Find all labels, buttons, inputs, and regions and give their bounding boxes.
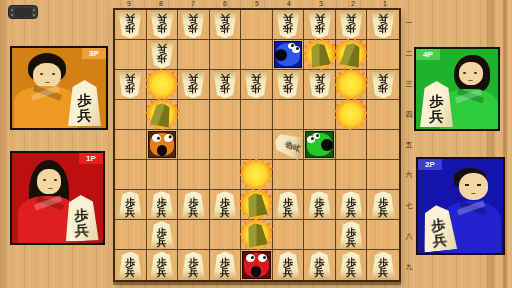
- col-label-3: 3: [305, 0, 337, 8]
- player-panel-1p: 1P 歩 兵: [10, 151, 105, 245]
- cell-2-一[interactable]: 歩兵: [336, 10, 368, 40]
- cell-7-九[interactable]: 歩兵: [178, 250, 210, 280]
- cell-5-二[interactable]: [241, 40, 273, 70]
- cell-7-一[interactable]: 歩兵: [178, 10, 210, 40]
- col-label-7: 7: [177, 0, 209, 8]
- pawn-piece-up: 歩兵: [371, 191, 396, 218]
- pawn-piece-up: 歩兵: [118, 191, 143, 218]
- cell-3-八[interactable]: [304, 220, 336, 250]
- cell-3-一[interactable]: 歩兵: [304, 10, 336, 40]
- cell-8-七[interactable]: 歩兵: [147, 190, 179, 220]
- cell-2-八[interactable]: 歩兵: [336, 220, 368, 250]
- cell-8-四[interactable]: [147, 100, 179, 130]
- col-label-5: 5: [241, 0, 273, 8]
- fallen-pawn: 歩兵: [272, 128, 304, 161]
- cell-6-五[interactable]: [210, 130, 242, 160]
- cell-9-九[interactable]: 歩兵: [115, 250, 147, 280]
- cell-3-二[interactable]: [304, 40, 336, 70]
- cell-2-二[interactable]: [336, 40, 368, 70]
- portrait-mouth: [471, 192, 476, 194]
- cell-3-四[interactable]: [304, 100, 336, 130]
- player-panel-4p: 4P 歩 兵: [414, 47, 500, 131]
- pawn-piece-up: 歩兵: [307, 191, 332, 218]
- pawn-piece-down: 歩兵: [371, 11, 396, 38]
- cell-9-一[interactable]: 歩兵: [115, 10, 147, 40]
- cell-8-六[interactable]: [147, 160, 179, 190]
- wood-grain-streak: [0, 0, 7, 288]
- pawn-piece-down: 歩兵: [212, 11, 237, 38]
- player-badge-1p: 1P: [79, 153, 103, 164]
- cell-9-五[interactable]: [115, 130, 147, 160]
- row-label-6: 六: [403, 160, 415, 190]
- switch-screen: [15, 8, 32, 17]
- board-grid: 歩兵歩兵歩兵歩兵歩兵歩兵歩兵歩兵歩兵歩兵歩兵歩兵歩兵歩兵歩兵歩兵歩兵歩兵歩兵歩兵…: [113, 8, 401, 282]
- pawn-piece-down: 歩兵: [149, 41, 174, 68]
- col-label-6: 6: [209, 0, 241, 8]
- pawn-piece-down: 歩兵: [118, 11, 143, 38]
- row-label-5: 五: [403, 130, 415, 160]
- player-creature-red[interactable]: [241, 250, 272, 280]
- creature-mouth: [157, 145, 167, 156]
- cell-4-七[interactable]: 歩兵: [273, 190, 305, 220]
- pawn-piece-up: 歩兵: [181, 252, 206, 279]
- cell-6-一[interactable]: 歩兵: [210, 10, 242, 40]
- portrait-eye: [54, 179, 57, 181]
- cell-3-六[interactable]: [304, 160, 336, 190]
- cell-6-四[interactable]: [210, 100, 242, 130]
- explosion-effect: [239, 158, 274, 192]
- cell-3-五[interactable]: [304, 130, 336, 160]
- cell-6-七[interactable]: 歩兵: [210, 190, 242, 220]
- player-badge-3p: 3P: [82, 48, 106, 59]
- pawn-piece-down: 歩兵: [307, 71, 332, 98]
- cell-1-二[interactable]: [367, 40, 399, 70]
- portrait-eye: [463, 72, 466, 74]
- row-label-1: 一: [403, 8, 415, 38]
- cell-2-七[interactable]: 歩兵: [336, 190, 368, 220]
- row-label-8: 八: [403, 221, 415, 251]
- portrait-mouth: [48, 187, 53, 189]
- player-creature-orange[interactable]: [147, 130, 178, 159]
- cell-5-六[interactable]: [241, 160, 273, 190]
- cell-5-三[interactable]: 歩兵: [241, 70, 273, 100]
- nintendo-switch-icon: [8, 5, 38, 19]
- cell-7-七[interactable]: 歩兵: [178, 190, 210, 220]
- pawn-piece-down: 歩兵: [181, 11, 206, 38]
- cell-1-五[interactable]: [367, 130, 399, 160]
- pawn-piece-up: 歩兵: [118, 252, 143, 279]
- cell-4-八[interactable]: [273, 220, 305, 250]
- cell-8-九[interactable]: 歩兵: [147, 250, 179, 280]
- cell-8-五[interactable]: [147, 130, 179, 160]
- player-panel-3p: 3P 歩 兵: [10, 46, 108, 130]
- cell-8-二[interactable]: 歩兵: [147, 40, 179, 70]
- cell-7-二[interactable]: [178, 40, 210, 70]
- pawn-piece-up: 歩兵: [149, 221, 174, 248]
- cell-5-一[interactable]: [241, 10, 273, 40]
- cell-1-四[interactable]: [367, 100, 399, 130]
- cell-1-八[interactable]: [367, 220, 399, 250]
- creature-mouth: [321, 139, 333, 151]
- cell-4-五[interactable]: 歩兵: [273, 130, 305, 160]
- player-creature-blue[interactable]: [273, 40, 304, 69]
- col-label-8: 8: [145, 0, 177, 8]
- cell-3-三[interactable]: 歩兵: [304, 70, 336, 100]
- pawn-piece-down: 歩兵: [181, 71, 206, 98]
- cell-9-四[interactable]: [115, 100, 147, 130]
- cell-1-六[interactable]: [367, 160, 399, 190]
- cell-2-四[interactable]: [336, 100, 368, 130]
- cell-9-八[interactable]: [115, 220, 147, 250]
- cell-2-六[interactable]: [336, 160, 368, 190]
- row-label-9: 九: [403, 252, 415, 282]
- creature-mouth: [251, 266, 261, 277]
- portrait-face: [459, 173, 488, 200]
- col-label-9: 9: [113, 0, 145, 8]
- cell-4-一[interactable]: 歩兵: [273, 10, 305, 40]
- pawn-piece-down: 歩兵: [244, 71, 269, 98]
- cell-9-七[interactable]: 歩兵: [115, 190, 147, 220]
- portrait-face: [37, 169, 61, 194]
- cell-6-二[interactable]: [210, 40, 242, 70]
- cell-5-七[interactable]: [241, 190, 273, 220]
- pawn-piece-up: 歩兵: [339, 191, 364, 218]
- pawn-piece-up: 歩兵: [149, 252, 174, 279]
- cell-7-六[interactable]: [178, 160, 210, 190]
- cell-4-四[interactable]: [273, 100, 305, 130]
- pawn-piece-down: 歩兵: [276, 11, 301, 38]
- explosion-effect: [334, 68, 369, 102]
- cell-9-二[interactable]: [115, 40, 147, 70]
- portrait-face: [33, 63, 61, 88]
- cell-7-三[interactable]: 歩兵: [178, 70, 210, 100]
- cell-5-九[interactable]: [241, 250, 273, 280]
- portrait-mouth: [45, 81, 50, 83]
- col-label-2: 2: [337, 0, 369, 8]
- pawn-piece-down: 歩兵: [307, 11, 332, 38]
- pawn-piece-up: 歩兵: [212, 191, 237, 218]
- cell-6-九[interactable]: 歩兵: [210, 250, 242, 280]
- shogi-board: 歩兵歩兵歩兵歩兵歩兵歩兵歩兵歩兵歩兵歩兵歩兵歩兵歩兵歩兵歩兵歩兵歩兵歩兵歩兵歩兵…: [113, 8, 401, 282]
- cell-6-八[interactable]: [210, 220, 242, 250]
- cell-4-二[interactable]: [273, 40, 305, 70]
- pawn-piece-down: 歩兵: [276, 71, 301, 98]
- pawn-piece-up: 歩兵: [339, 221, 364, 248]
- cell-1-三[interactable]: 歩兵: [367, 70, 399, 100]
- portrait-eye: [52, 73, 55, 75]
- portrait-eye: [465, 184, 469, 186]
- cell-8-八[interactable]: 歩兵: [147, 220, 179, 250]
- cell-5-四[interactable]: [241, 100, 273, 130]
- cell-2-三[interactable]: [336, 70, 368, 100]
- pawn-piece-up: 歩兵: [149, 191, 174, 218]
- player-badge-4p: 4P: [416, 49, 440, 60]
- cell-1-九[interactable]: 歩兵: [367, 250, 399, 280]
- game-screen: 987654321 一二三四五六七八九 歩兵歩兵歩兵歩兵歩兵歩兵歩兵歩兵歩兵歩兵…: [0, 0, 512, 288]
- player-creature-green[interactable]: [304, 130, 335, 159]
- cell-4-六[interactable]: [273, 160, 305, 190]
- pawn-piece-up: 歩兵: [276, 252, 301, 279]
- player-badge-2p: 2P: [418, 159, 442, 170]
- cell-3-九[interactable]: 歩兵: [304, 250, 336, 280]
- cell-5-五[interactable]: [241, 130, 273, 160]
- pawn-piece-down: 歩兵: [212, 71, 237, 98]
- cell-7-五[interactable]: [178, 130, 210, 160]
- cell-2-九[interactable]: 歩兵: [336, 250, 368, 280]
- cell-2-五[interactable]: [336, 130, 368, 160]
- pawn-piece-up: 歩兵: [307, 252, 332, 279]
- cell-4-三[interactable]: 歩兵: [273, 70, 305, 100]
- pawn-piece-down: 歩兵: [339, 11, 364, 38]
- pawn-piece-up: 歩兵: [371, 252, 396, 279]
- portrait-eye: [43, 179, 46, 181]
- col-label-4: 4: [273, 0, 305, 8]
- pawn-piece-up: 歩兵: [181, 191, 206, 218]
- cell-6-六[interactable]: [210, 160, 242, 190]
- portrait-eye: [477, 184, 481, 186]
- cell-8-一[interactable]: 歩兵: [147, 10, 179, 40]
- cell-9-六[interactable]: [115, 160, 147, 190]
- cell-1-一[interactable]: 歩兵: [367, 10, 399, 40]
- explosion-effect: [143, 67, 180, 103]
- row-label-7: 七: [403, 191, 415, 221]
- pawn-piece-down: 歩兵: [371, 71, 396, 98]
- cell-1-七[interactable]: 歩兵: [367, 190, 399, 220]
- portrait-mouth: [468, 79, 473, 81]
- pawn-piece-down: 歩兵: [118, 71, 143, 98]
- cell-9-三[interactable]: 歩兵: [115, 70, 147, 100]
- cell-3-七[interactable]: 歩兵: [304, 190, 336, 220]
- cell-6-三[interactable]: 歩兵: [210, 70, 242, 100]
- explosion-effect: [331, 95, 370, 133]
- cell-5-八[interactable]: [241, 220, 273, 250]
- cell-7-八[interactable]: [178, 220, 210, 250]
- cell-8-三[interactable]: [147, 70, 179, 100]
- pawn-piece-up: 歩兵: [339, 252, 364, 279]
- board-col-labels: 987654321: [113, 0, 401, 8]
- pawn-piece-up: 歩兵: [276, 191, 301, 218]
- portrait-eye: [40, 73, 43, 75]
- player-panel-2p: 2P 歩 兵: [416, 157, 505, 255]
- cell-7-四[interactable]: [178, 100, 210, 130]
- pawn-piece-up: 歩兵: [212, 252, 237, 279]
- portrait-eye: [474, 72, 477, 74]
- pawn-piece-down: 歩兵: [149, 11, 174, 38]
- col-label-1: 1: [369, 0, 401, 8]
- cell-4-九[interactable]: 歩兵: [273, 250, 305, 280]
